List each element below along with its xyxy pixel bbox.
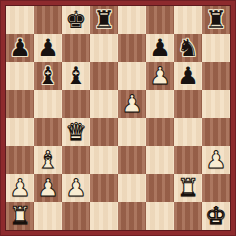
square-e7[interactable] [118, 34, 146, 62]
square-d4[interactable] [90, 118, 118, 146]
square-b1[interactable] [34, 202, 62, 230]
piece-black-pawn[interactable]: ♟ [177, 62, 199, 90]
square-h6[interactable] [202, 62, 230, 90]
square-a4[interactable] [6, 118, 34, 146]
square-c5[interactable] [62, 90, 90, 118]
piece-white-pawn[interactable]: ♟ [9, 174, 31, 202]
square-f8[interactable] [146, 6, 174, 34]
square-b4[interactable] [34, 118, 62, 146]
square-g2[interactable]: ♜ [174, 174, 202, 202]
square-g7[interactable]: ♞ [174, 34, 202, 62]
square-d6[interactable] [90, 62, 118, 90]
square-h4[interactable] [202, 118, 230, 146]
piece-black-pawn[interactable]: ♟ [9, 34, 31, 62]
square-f2[interactable] [146, 174, 174, 202]
square-c6[interactable]: ♝ [62, 62, 90, 90]
square-g8[interactable] [174, 6, 202, 34]
square-e3[interactable] [118, 146, 146, 174]
square-b6[interactable]: ♝ [34, 62, 62, 90]
square-f3[interactable] [146, 146, 174, 174]
square-f6[interactable]: ♟ [146, 62, 174, 90]
square-a5[interactable] [6, 90, 34, 118]
square-d8[interactable]: ♜ [90, 6, 118, 34]
piece-black-bishop[interactable]: ♝ [65, 62, 87, 90]
square-a1[interactable]: ♜ [6, 202, 34, 230]
piece-white-queen[interactable]: ♛ [65, 118, 87, 146]
square-c4[interactable]: ♛ [62, 118, 90, 146]
piece-black-bishop[interactable]: ♝ [37, 62, 59, 90]
chess-diagram-frame: ♚♜♜♟♟♟♞♝♝♟♟♟♛♝♟♟♟♟♜♜♚ [0, 0, 236, 236]
square-d5[interactable] [90, 90, 118, 118]
square-d1[interactable] [90, 202, 118, 230]
square-d3[interactable] [90, 146, 118, 174]
square-h7[interactable] [202, 34, 230, 62]
square-h5[interactable] [202, 90, 230, 118]
square-h2[interactable] [202, 174, 230, 202]
square-f5[interactable] [146, 90, 174, 118]
square-a2[interactable]: ♟ [6, 174, 34, 202]
piece-black-rook[interactable]: ♜ [93, 6, 115, 34]
square-h8[interactable]: ♜ [202, 6, 230, 34]
square-c7[interactable] [62, 34, 90, 62]
piece-black-pawn[interactable]: ♟ [149, 34, 171, 62]
piece-white-rook[interactable]: ♜ [177, 174, 199, 202]
square-d7[interactable] [90, 34, 118, 62]
square-e4[interactable] [118, 118, 146, 146]
square-b5[interactable] [34, 90, 62, 118]
piece-black-knight[interactable]: ♞ [177, 34, 199, 62]
piece-black-rook[interactable]: ♜ [205, 6, 227, 34]
square-e6[interactable] [118, 62, 146, 90]
square-h3[interactable]: ♟ [202, 146, 230, 174]
piece-white-pawn[interactable]: ♟ [121, 90, 143, 118]
piece-white-pawn[interactable]: ♟ [149, 62, 171, 90]
piece-white-king[interactable]: ♚ [205, 202, 227, 230]
square-c1[interactable] [62, 202, 90, 230]
square-b7[interactable]: ♟ [34, 34, 62, 62]
square-f4[interactable] [146, 118, 174, 146]
square-g1[interactable] [174, 202, 202, 230]
square-e2[interactable] [118, 174, 146, 202]
piece-black-king[interactable]: ♚ [65, 6, 87, 34]
square-a6[interactable] [6, 62, 34, 90]
square-g4[interactable] [174, 118, 202, 146]
square-d2[interactable] [90, 174, 118, 202]
square-f7[interactable]: ♟ [146, 34, 174, 62]
square-e5[interactable]: ♟ [118, 90, 146, 118]
square-b2[interactable]: ♟ [34, 174, 62, 202]
piece-black-pawn[interactable]: ♟ [37, 34, 59, 62]
piece-white-bishop[interactable]: ♝ [37, 146, 59, 174]
chess-board: ♚♜♜♟♟♟♞♝♝♟♟♟♛♝♟♟♟♟♜♜♚ [6, 6, 230, 230]
square-h1[interactable]: ♚ [202, 202, 230, 230]
square-e1[interactable] [118, 202, 146, 230]
square-f1[interactable] [146, 202, 174, 230]
square-c8[interactable]: ♚ [62, 6, 90, 34]
square-g5[interactable] [174, 90, 202, 118]
square-b8[interactable] [34, 6, 62, 34]
square-e8[interactable] [118, 6, 146, 34]
piece-white-rook[interactable]: ♜ [9, 202, 31, 230]
square-a3[interactable] [6, 146, 34, 174]
square-b3[interactable]: ♝ [34, 146, 62, 174]
square-g3[interactable] [174, 146, 202, 174]
square-g6[interactable]: ♟ [174, 62, 202, 90]
piece-white-pawn[interactable]: ♟ [205, 146, 227, 174]
square-a8[interactable] [6, 6, 34, 34]
square-a7[interactable]: ♟ [6, 34, 34, 62]
square-c3[interactable] [62, 146, 90, 174]
piece-white-pawn[interactable]: ♟ [65, 174, 87, 202]
piece-white-pawn[interactable]: ♟ [37, 174, 59, 202]
square-c2[interactable]: ♟ [62, 174, 90, 202]
